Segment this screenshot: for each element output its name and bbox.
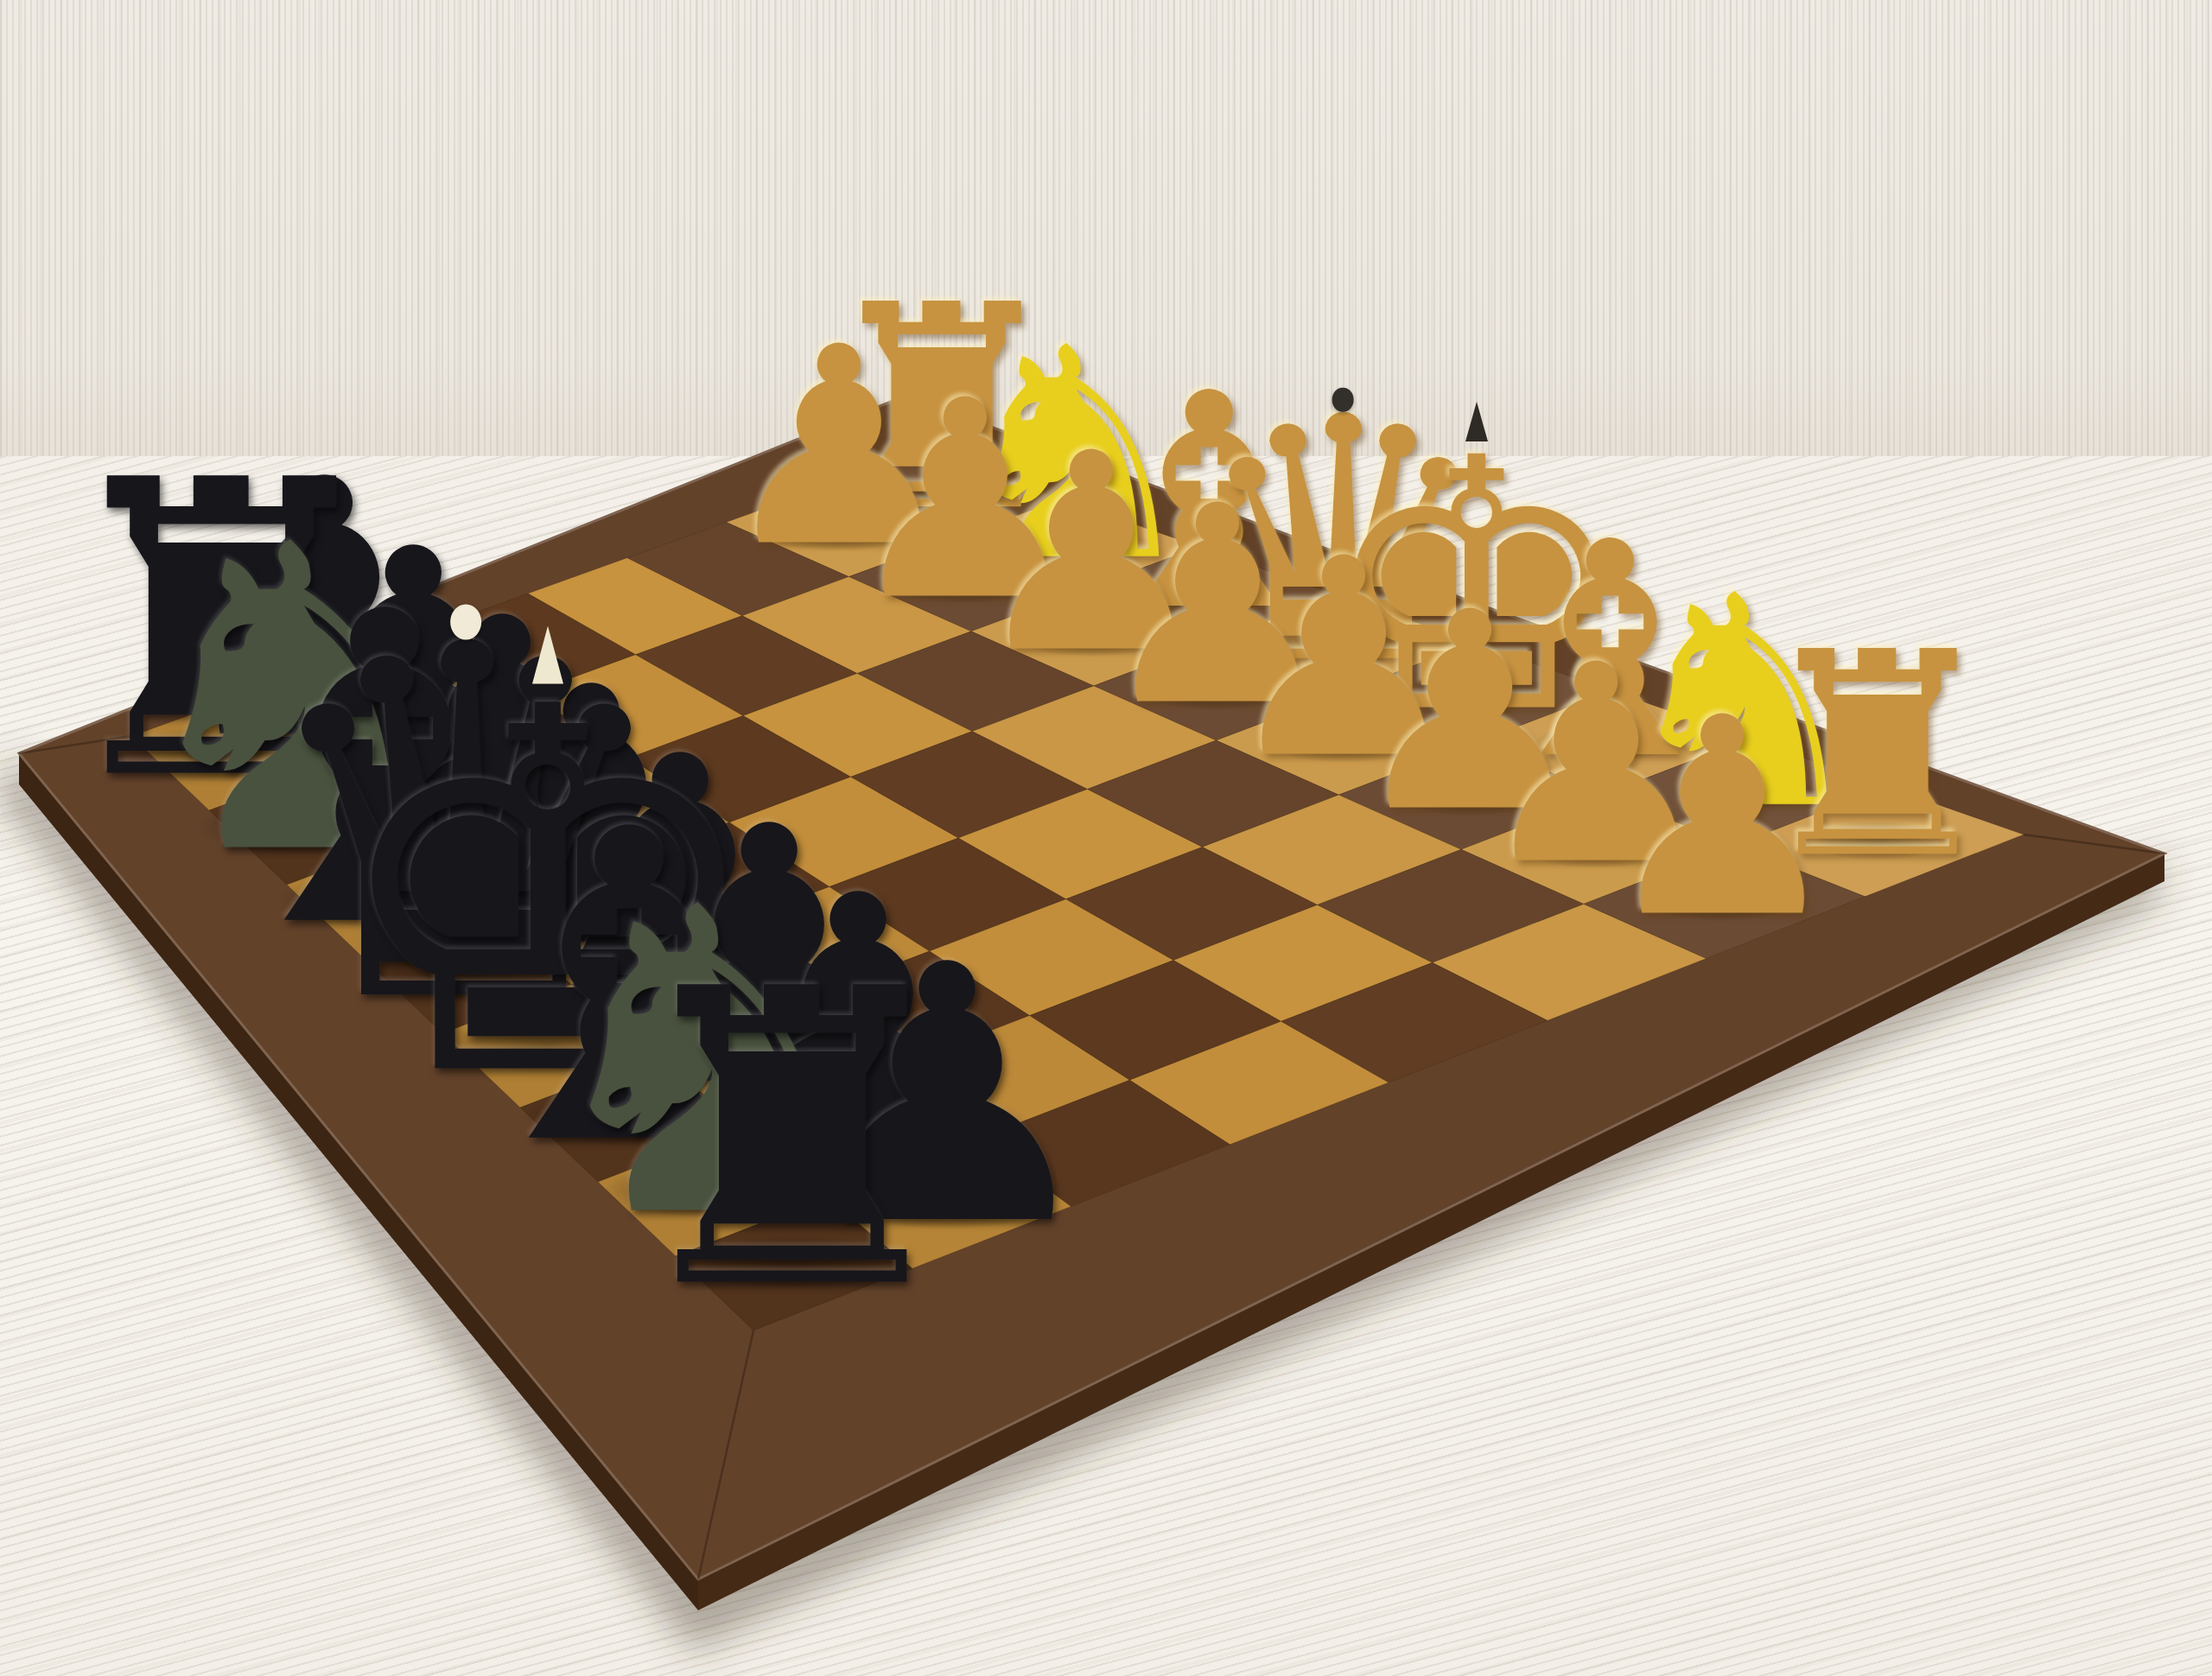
white-king-finial xyxy=(1465,402,1488,441)
piece-black-rook-h8[interactable]: ♜ xyxy=(609,937,974,1344)
black-king-finial xyxy=(532,626,563,684)
pieces-layer: ♜♞♝♛♚♝♞♜♟♟♟♟♟♟♟♟♟♟♟♟♟♟♟♟♜♞♝♛♚♝♞♜ xyxy=(0,0,2212,1676)
piece-white-pawn-h2[interactable]: ♟ xyxy=(1600,682,1845,955)
